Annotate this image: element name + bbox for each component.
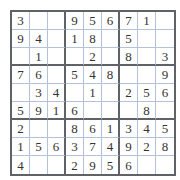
cell-r4c6[interactable]: 8 xyxy=(102,66,120,84)
cell-r6c8[interactable]: 8 xyxy=(138,102,156,120)
cell-r3c4[interactable] xyxy=(66,48,84,66)
cell-r1c8[interactable]: 1 xyxy=(138,12,156,30)
cell-r6c1[interactable]: 5 xyxy=(12,102,30,120)
cell-r8c5[interactable]: 7 xyxy=(84,138,102,156)
cell-r1c3[interactable] xyxy=(48,12,66,30)
cell-r1c7[interactable]: 7 xyxy=(120,12,138,30)
cell-r9c8[interactable] xyxy=(138,156,156,174)
cell-r4c7[interactable] xyxy=(120,66,138,84)
cell-r9c9[interactable] xyxy=(156,156,174,174)
cell-r8c3[interactable]: 6 xyxy=(48,138,66,156)
cell-r7c2[interactable] xyxy=(30,120,48,138)
cell-r5c1[interactable] xyxy=(12,84,30,102)
cell-r7c3[interactable] xyxy=(48,120,66,138)
cell-r2c3[interactable] xyxy=(48,30,66,48)
cell-r5c3[interactable]: 4 xyxy=(48,84,66,102)
cell-r2c9[interactable] xyxy=(156,30,174,48)
cell-r1c9[interactable] xyxy=(156,12,174,30)
cell-r9c3[interactable] xyxy=(48,156,66,174)
cell-r4c4[interactable]: 5 xyxy=(66,66,84,84)
cell-r4c8[interactable] xyxy=(138,66,156,84)
cell-r2c5[interactable]: 8 xyxy=(84,30,102,48)
cell-r2c1[interactable]: 9 xyxy=(12,30,30,48)
cell-r8c9[interactable]: 8 xyxy=(156,138,174,156)
cell-r9c7[interactable]: 6 xyxy=(120,156,138,174)
cell-r8c7[interactable]: 9 xyxy=(120,138,138,156)
cell-r1c6[interactable]: 6 xyxy=(102,12,120,30)
cell-r7c1[interactable]: 2 xyxy=(12,120,30,138)
cell-r3c1[interactable] xyxy=(12,48,30,66)
cell-r9c2[interactable] xyxy=(30,156,48,174)
cell-r6c9[interactable] xyxy=(156,102,174,120)
cell-r9c5[interactable]: 9 xyxy=(84,156,102,174)
cell-r6c2[interactable]: 9 xyxy=(30,102,48,120)
cell-r2c2[interactable]: 4 xyxy=(30,30,48,48)
cell-r3c8[interactable] xyxy=(138,48,156,66)
cell-r5c4[interactable] xyxy=(66,84,84,102)
cell-r8c2[interactable]: 5 xyxy=(30,138,48,156)
cell-r2c8[interactable] xyxy=(138,30,156,48)
cell-r8c8[interactable]: 2 xyxy=(138,138,156,156)
cell-r1c2[interactable] xyxy=(30,12,48,30)
cell-r9c4[interactable]: 2 xyxy=(66,156,84,174)
cell-r5c2[interactable]: 3 xyxy=(30,84,48,102)
cell-r3c6[interactable] xyxy=(102,48,120,66)
cell-r4c9[interactable]: 9 xyxy=(156,66,174,84)
cell-r2c7[interactable]: 5 xyxy=(120,30,138,48)
cell-r2c6[interactable] xyxy=(102,30,120,48)
cell-r9c1[interactable]: 4 xyxy=(12,156,30,174)
cell-r4c3[interactable] xyxy=(48,66,66,84)
cell-r6c5[interactable] xyxy=(84,102,102,120)
cell-r8c6[interactable]: 4 xyxy=(102,138,120,156)
cell-r6c4[interactable]: 6 xyxy=(66,102,84,120)
cell-r7c7[interactable]: 3 xyxy=(120,120,138,138)
cell-r1c5[interactable]: 5 xyxy=(84,12,102,30)
cell-r3c7[interactable]: 8 xyxy=(120,48,138,66)
cell-r3c5[interactable]: 2 xyxy=(84,48,102,66)
cell-r3c2[interactable]: 1 xyxy=(30,48,48,66)
cell-r7c8[interactable]: 4 xyxy=(138,120,156,138)
cell-r3c9[interactable]: 3 xyxy=(156,48,174,66)
cell-r4c5[interactable]: 4 xyxy=(84,66,102,84)
cell-r2c4[interactable]: 1 xyxy=(66,30,84,48)
cell-r7c5[interactable]: 6 xyxy=(84,120,102,138)
cell-r5c5[interactable]: 1 xyxy=(84,84,102,102)
cell-r8c4[interactable]: 3 xyxy=(66,138,84,156)
cell-r5c9[interactable]: 6 xyxy=(156,84,174,102)
cell-r7c9[interactable]: 5 xyxy=(156,120,174,138)
cell-r6c3[interactable]: 1 xyxy=(48,102,66,120)
cell-r4c2[interactable]: 6 xyxy=(30,66,48,84)
cell-r6c6[interactable] xyxy=(102,102,120,120)
cell-r5c6[interactable] xyxy=(102,84,120,102)
sudoku-board: 3956719418512837654893412565916828613451… xyxy=(10,10,176,176)
cell-r5c7[interactable]: 2 xyxy=(120,84,138,102)
cell-r1c4[interactable]: 9 xyxy=(66,12,84,30)
cell-r7c4[interactable]: 8 xyxy=(66,120,84,138)
cell-r6c7[interactable] xyxy=(120,102,138,120)
cell-r4c1[interactable]: 7 xyxy=(12,66,30,84)
cell-r9c6[interactable]: 5 xyxy=(102,156,120,174)
cell-r3c3[interactable] xyxy=(48,48,66,66)
cell-r8c1[interactable]: 1 xyxy=(12,138,30,156)
cell-r1c1[interactable]: 3 xyxy=(12,12,30,30)
cell-r5c8[interactable]: 5 xyxy=(138,84,156,102)
cell-r7c6[interactable]: 1 xyxy=(102,120,120,138)
